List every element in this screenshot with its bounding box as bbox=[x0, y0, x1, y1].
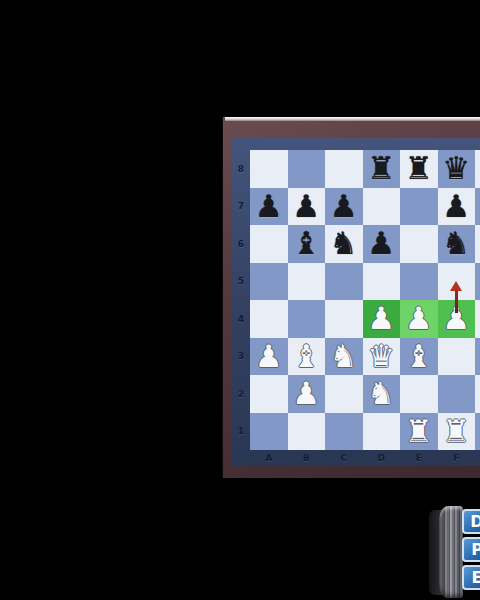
square-f3[interactable] bbox=[438, 338, 476, 376]
square-g1[interactable] bbox=[475, 413, 480, 451]
white-n-piece: ♞ bbox=[330, 338, 358, 376]
square-b2[interactable]: ♟ bbox=[288, 375, 326, 413]
square-c4[interactable] bbox=[325, 300, 363, 338]
rank-label-3: 3 bbox=[232, 338, 250, 376]
black-n-piece: ♞ bbox=[330, 225, 358, 263]
white-p-piece: ♟ bbox=[405, 300, 433, 338]
rank-label-2: 2 bbox=[232, 375, 250, 413]
black-q-piece: ♛ bbox=[442, 150, 470, 188]
square-d6[interactable]: ♟ bbox=[363, 225, 401, 263]
logo-letter-P: P bbox=[462, 537, 480, 562]
black-r-piece: ♜ bbox=[405, 150, 433, 188]
square-g5[interactable] bbox=[475, 263, 480, 301]
chess-board-frame: 87654321 ABCDEF ♜♜♛♟♟♟♟♝♞♟♞♟♟♟♟♝♞♛♝♟♞♜♜ bbox=[222, 117, 480, 478]
black-b-piece: ♝ bbox=[292, 225, 320, 263]
file-label-D: D bbox=[363, 450, 401, 465]
white-r-piece: ♜ bbox=[442, 413, 470, 451]
square-e1[interactable]: ♜ bbox=[400, 413, 438, 451]
square-c3[interactable]: ♞ bbox=[325, 338, 363, 376]
square-f8[interactable]: ♛ bbox=[438, 150, 476, 188]
square-a2[interactable] bbox=[250, 375, 288, 413]
black-p-piece: ♟ bbox=[442, 188, 470, 226]
video-frame: 87654321 ABCDEF ♜♜♛♟♟♟♟♝♞♟♞♟♟♟♟♝♞♛♝♟♞♜♜ … bbox=[0, 0, 480, 600]
square-f6[interactable]: ♞ bbox=[438, 225, 476, 263]
square-e8[interactable]: ♜ bbox=[400, 150, 438, 188]
square-a8[interactable] bbox=[250, 150, 288, 188]
white-n-piece: ♞ bbox=[367, 375, 395, 413]
file-label-C: C bbox=[325, 450, 363, 465]
move-arrow-stem bbox=[455, 290, 458, 313]
square-d2[interactable]: ♞ bbox=[363, 375, 401, 413]
square-d7[interactable] bbox=[363, 188, 401, 226]
black-p-piece: ♟ bbox=[330, 188, 358, 226]
square-b6[interactable]: ♝ bbox=[288, 225, 326, 263]
square-c6[interactable]: ♞ bbox=[325, 225, 363, 263]
square-a5[interactable] bbox=[250, 263, 288, 301]
logo-letter-D: D bbox=[462, 509, 480, 534]
rank-label-6: 6 bbox=[232, 225, 250, 263]
square-g8[interactable] bbox=[475, 150, 480, 188]
white-q-piece: ♛ bbox=[367, 338, 395, 376]
rank-labels: 87654321 bbox=[232, 150, 250, 450]
black-p-piece: ♟ bbox=[367, 225, 395, 263]
square-a7[interactable]: ♟ bbox=[250, 188, 288, 226]
white-r-piece: ♜ bbox=[405, 413, 433, 451]
white-p-piece: ♟ bbox=[292, 375, 320, 413]
square-b5[interactable] bbox=[288, 263, 326, 301]
black-p-piece: ♟ bbox=[255, 188, 283, 226]
black-r-piece: ♜ bbox=[367, 150, 395, 188]
square-e4[interactable]: ♟ bbox=[400, 300, 438, 338]
file-label-B: B bbox=[288, 450, 326, 465]
black-n-piece: ♞ bbox=[442, 225, 470, 263]
rank-label-7: 7 bbox=[232, 188, 250, 226]
square-a6[interactable] bbox=[250, 225, 288, 263]
square-c5[interactable] bbox=[325, 263, 363, 301]
square-e6[interactable] bbox=[400, 225, 438, 263]
rank-label-8: 8 bbox=[232, 150, 250, 188]
white-b-piece: ♝ bbox=[405, 338, 433, 376]
square-c8[interactable] bbox=[325, 150, 363, 188]
board-squares: ♜♜♛♟♟♟♟♝♞♟♞♟♟♟♟♝♞♛♝♟♞♜♜ bbox=[250, 150, 480, 450]
file-labels: ABCDEF bbox=[250, 450, 480, 465]
rank-label-4: 4 bbox=[232, 300, 250, 338]
square-d4[interactable]: ♟ bbox=[363, 300, 401, 338]
square-d5[interactable] bbox=[363, 263, 401, 301]
square-b7[interactable]: ♟ bbox=[288, 188, 326, 226]
black-p-piece: ♟ bbox=[292, 188, 320, 226]
square-g7[interactable] bbox=[475, 188, 480, 226]
file-label-F: F bbox=[438, 450, 476, 465]
square-e7[interactable] bbox=[400, 188, 438, 226]
square-d8[interactable]: ♜ bbox=[363, 150, 401, 188]
square-d1[interactable] bbox=[363, 413, 401, 451]
rank-label-5: 5 bbox=[232, 263, 250, 301]
rank-label-1: 1 bbox=[232, 413, 250, 451]
square-f2[interactable] bbox=[438, 375, 476, 413]
square-a1[interactable] bbox=[250, 413, 288, 451]
square-c1[interactable] bbox=[325, 413, 363, 451]
square-e5[interactable] bbox=[400, 263, 438, 301]
file-label-E: E bbox=[400, 450, 438, 465]
square-e2[interactable] bbox=[400, 375, 438, 413]
white-b-piece: ♝ bbox=[292, 338, 320, 376]
square-g4[interactable] bbox=[475, 300, 480, 338]
square-c7[interactable]: ♟ bbox=[325, 188, 363, 226]
square-f1[interactable]: ♜ bbox=[438, 413, 476, 451]
square-g3[interactable] bbox=[475, 338, 480, 376]
square-g6[interactable] bbox=[475, 225, 480, 263]
square-f7[interactable]: ♟ bbox=[438, 188, 476, 226]
book-logo: DPE bbox=[429, 506, 480, 598]
white-p-piece: ♟ bbox=[367, 300, 395, 338]
square-g2[interactable] bbox=[475, 375, 480, 413]
square-a3[interactable]: ♟ bbox=[250, 338, 288, 376]
board-frame-highlight bbox=[225, 117, 480, 121]
square-b8[interactable] bbox=[288, 150, 326, 188]
white-p-piece: ♟ bbox=[255, 338, 283, 376]
square-e3[interactable]: ♝ bbox=[400, 338, 438, 376]
square-b1[interactable] bbox=[288, 413, 326, 451]
logo-letter-tiles: DPE bbox=[462, 509, 480, 590]
square-b3[interactable]: ♝ bbox=[288, 338, 326, 376]
book-spine-icon bbox=[439, 506, 463, 598]
logo-letter-E: E bbox=[462, 565, 480, 590]
square-d3[interactable]: ♛ bbox=[363, 338, 401, 376]
square-b4[interactable] bbox=[288, 300, 326, 338]
square-a4[interactable] bbox=[250, 300, 288, 338]
square-c2[interactable] bbox=[325, 375, 363, 413]
file-label-A: A bbox=[250, 450, 288, 465]
